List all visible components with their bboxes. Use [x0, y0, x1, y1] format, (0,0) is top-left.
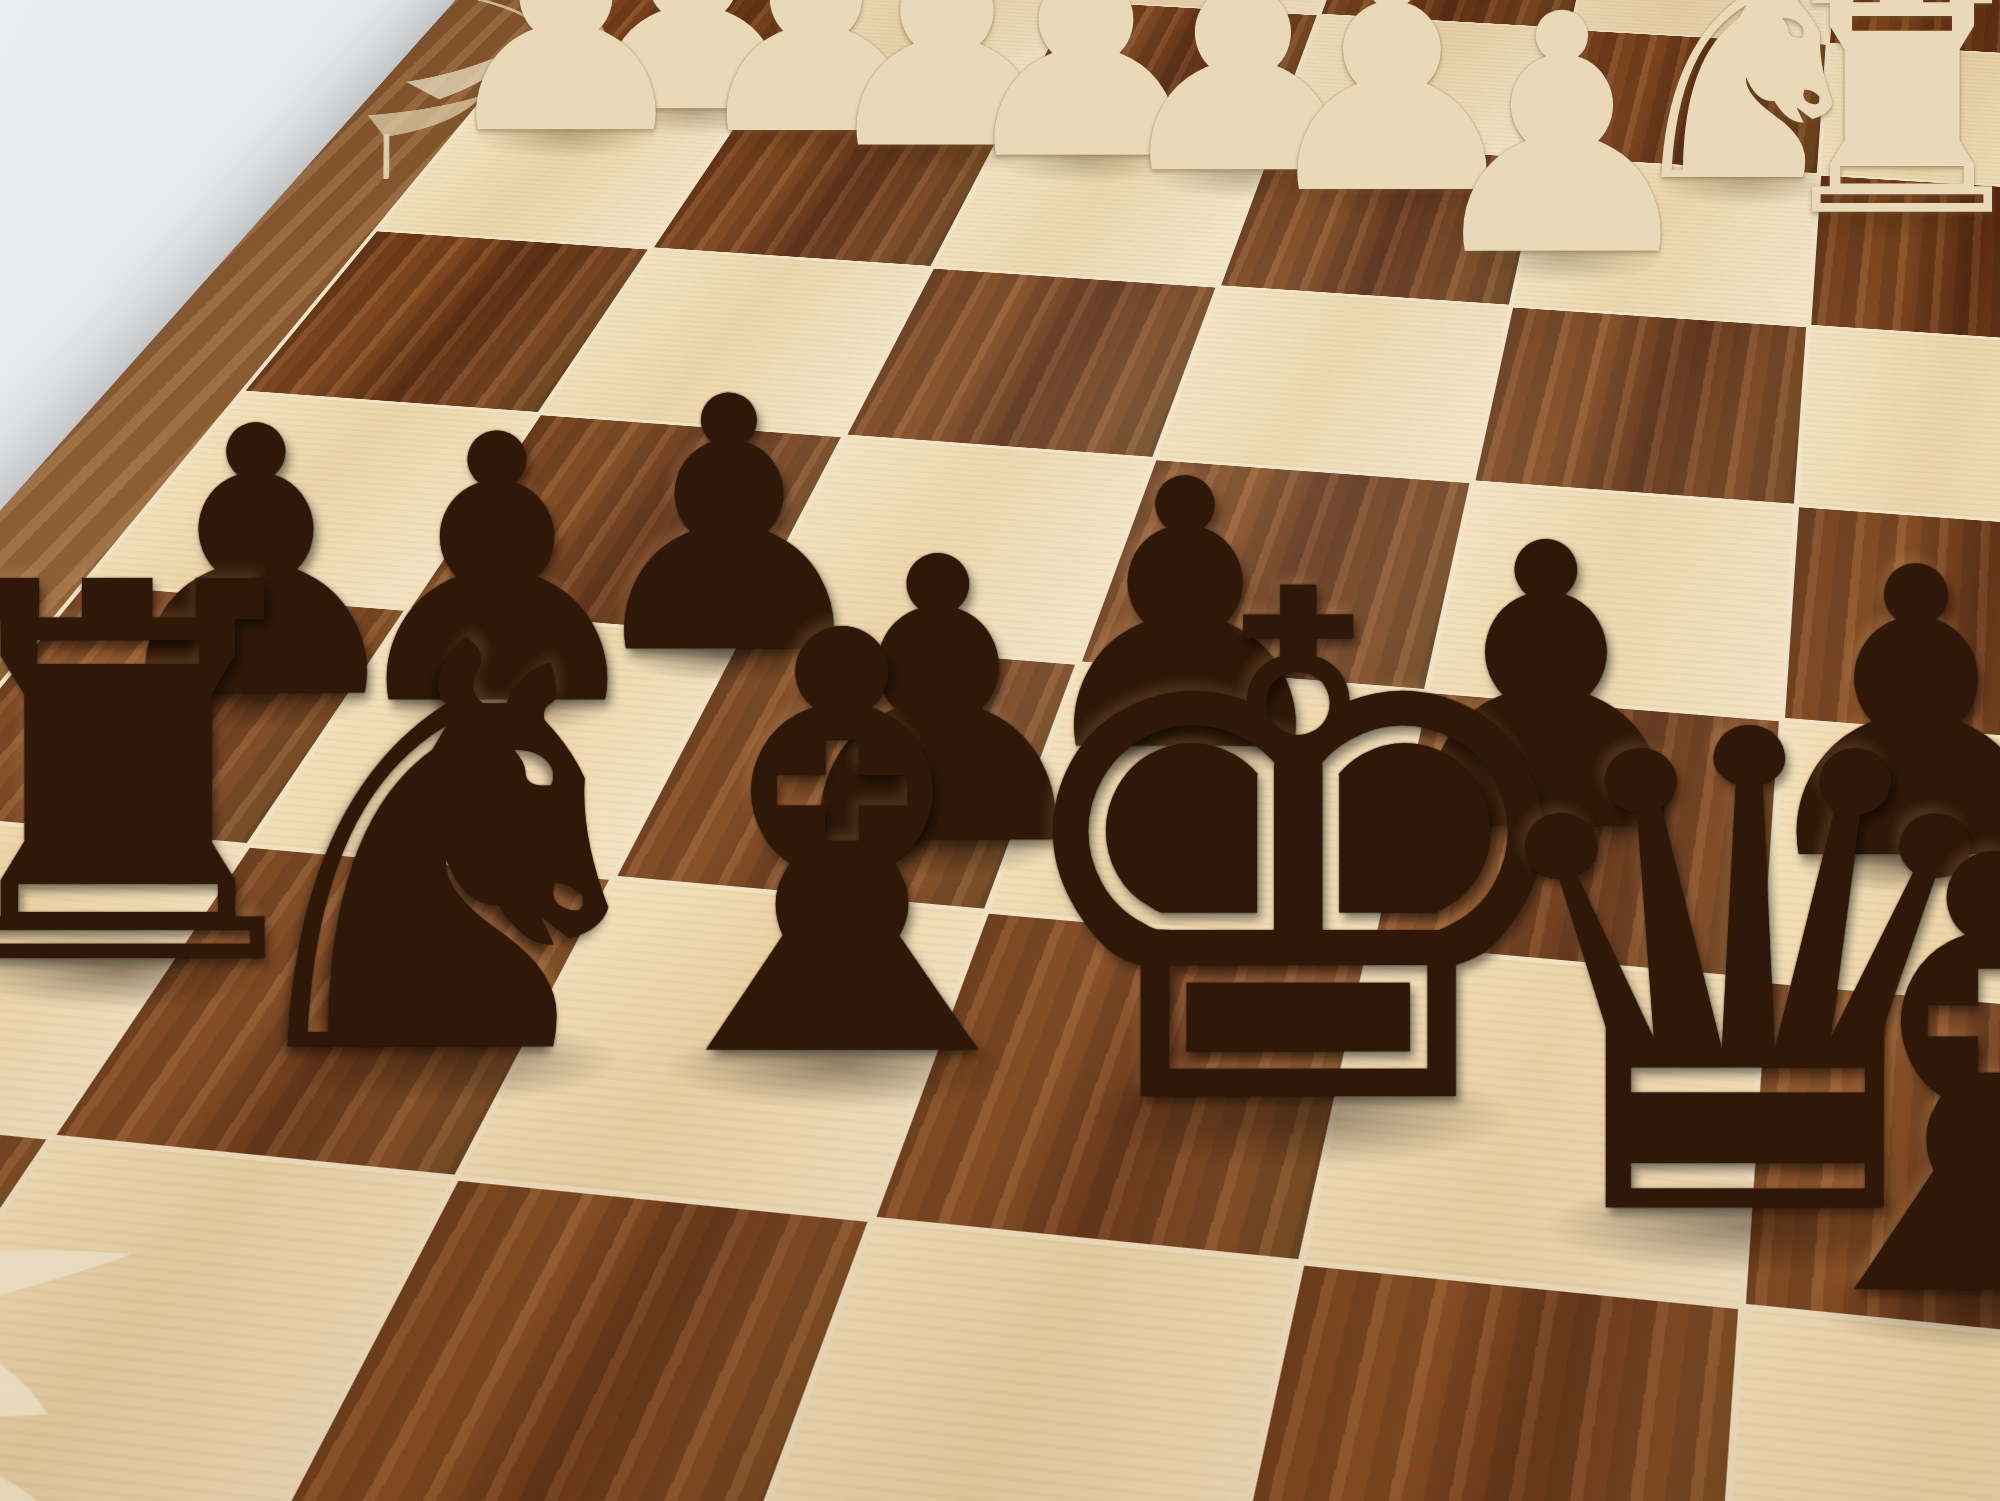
piece-white-pawn-a2: ♟: [1414, 0, 1710, 302]
piece-white-pawn-h2: ♟: [432, 0, 701, 176]
piece-black-bishop-c8: ♝: [1726, 782, 2000, 1382]
chessboard-photo-scene: ♜♞♝♟♚♛♝♟♟♟♟♟♟♟♟♟♟♟♟♟♟♞♜: [0, 0, 2000, 1501]
piece-white-rook-a1: ♜: [1759, 0, 2000, 260]
